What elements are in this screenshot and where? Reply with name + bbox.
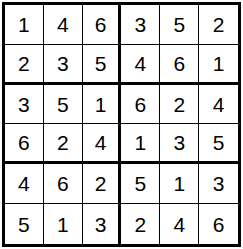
cell-r2c6[interactable]: 1 — [199, 45, 238, 85]
cell-r5c3[interactable]: 2 — [83, 164, 122, 204]
cell-r3c5[interactable]: 2 — [160, 85, 199, 125]
cell-r3c3[interactable]: 1 — [83, 85, 122, 125]
cell-r1c3[interactable]: 6 — [83, 5, 122, 45]
cell-r6c1[interactable]: 5 — [5, 204, 44, 244]
cell-r4c3[interactable]: 4 — [83, 124, 122, 164]
cell-r4c1[interactable]: 6 — [5, 124, 44, 164]
cell-r1c5[interactable]: 5 — [160, 5, 199, 45]
cell-r1c4[interactable]: 3 — [121, 5, 160, 45]
cell-r2c1[interactable]: 2 — [5, 45, 44, 85]
cell-r2c3[interactable]: 5 — [83, 45, 122, 85]
cell-r4c5[interactable]: 3 — [160, 124, 199, 164]
cell-r5c5[interactable]: 1 — [160, 164, 199, 204]
cell-r5c6[interactable]: 3 — [199, 164, 238, 204]
cell-r5c2[interactable]: 6 — [44, 164, 83, 204]
cell-r1c1[interactable]: 1 — [5, 5, 44, 45]
cell-r3c6[interactable]: 4 — [199, 85, 238, 125]
cell-r1c2[interactable]: 4 — [44, 5, 83, 45]
cell-r2c2[interactable]: 3 — [44, 45, 83, 85]
cell-r6c4[interactable]: 2 — [121, 204, 160, 244]
cell-r3c2[interactable]: 5 — [44, 85, 83, 125]
sudoku-page: 146352235461351624624135462513513246 — [0, 0, 243, 249]
cell-r3c1[interactable]: 3 — [5, 85, 44, 125]
cell-r5c4[interactable]: 5 — [121, 164, 160, 204]
sudoku-board: 146352235461351624624135462513513246 — [2, 2, 241, 247]
cell-r4c6[interactable]: 5 — [199, 124, 238, 164]
cell-r6c3[interactable]: 3 — [83, 204, 122, 244]
cell-r4c2[interactable]: 2 — [44, 124, 83, 164]
cell-r1c6[interactable]: 2 — [199, 5, 238, 45]
cell-r2c5[interactable]: 6 — [160, 45, 199, 85]
cell-r3c4[interactable]: 6 — [121, 85, 160, 125]
cell-r6c5[interactable]: 4 — [160, 204, 199, 244]
cell-r6c2[interactable]: 1 — [44, 204, 83, 244]
cell-r5c1[interactable]: 4 — [5, 164, 44, 204]
cell-r4c4[interactable]: 1 — [121, 124, 160, 164]
cell-r2c4[interactable]: 4 — [121, 45, 160, 85]
cell-r6c6[interactable]: 6 — [199, 204, 238, 244]
